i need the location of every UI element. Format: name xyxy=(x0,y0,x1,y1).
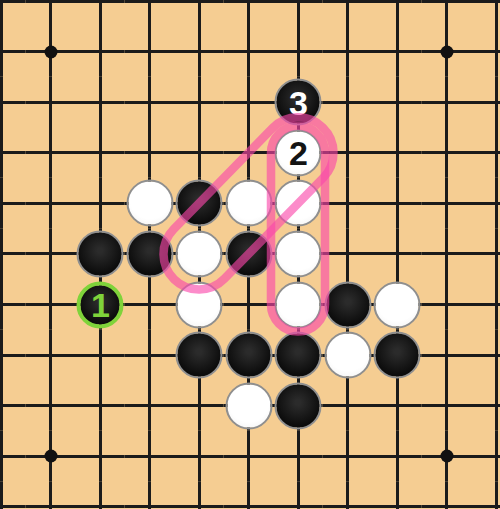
intersection[interactable] xyxy=(471,380,500,431)
intersection[interactable] xyxy=(323,0,373,26)
intersection[interactable] xyxy=(372,26,422,77)
intersection[interactable] xyxy=(422,127,472,178)
intersection[interactable] xyxy=(75,330,125,381)
intersection[interactable] xyxy=(174,127,224,178)
intersection[interactable] xyxy=(125,380,175,431)
intersection[interactable] xyxy=(26,127,76,178)
intersection[interactable] xyxy=(224,482,274,509)
white-stone[interactable] xyxy=(225,382,272,429)
black-stone[interactable] xyxy=(176,332,223,379)
intersection[interactable] xyxy=(273,279,323,330)
black-stone[interactable]: 1 xyxy=(77,281,124,328)
intersection[interactable] xyxy=(0,77,26,128)
intersection[interactable] xyxy=(224,380,274,431)
intersection[interactable] xyxy=(323,482,373,509)
black-stone[interactable]: 3 xyxy=(275,79,322,126)
intersection[interactable] xyxy=(125,330,175,381)
intersection[interactable] xyxy=(273,229,323,280)
intersection[interactable] xyxy=(0,127,26,178)
intersection[interactable] xyxy=(372,482,422,509)
intersection[interactable] xyxy=(26,178,76,229)
intersection[interactable] xyxy=(174,431,224,482)
white-stone[interactable] xyxy=(275,281,322,328)
intersection[interactable] xyxy=(372,380,422,431)
intersection[interactable] xyxy=(75,178,125,229)
black-stone[interactable] xyxy=(374,332,421,379)
black-stone[interactable] xyxy=(275,332,322,379)
intersection[interactable] xyxy=(174,178,224,229)
intersection[interactable] xyxy=(273,431,323,482)
intersection[interactable] xyxy=(471,26,500,77)
intersection[interactable] xyxy=(372,330,422,381)
white-stone[interactable] xyxy=(275,180,322,227)
intersection[interactable] xyxy=(323,229,373,280)
intersection[interactable] xyxy=(471,0,500,26)
intersection[interactable] xyxy=(174,330,224,381)
black-stone[interactable] xyxy=(126,230,173,277)
intersection[interactable] xyxy=(422,431,472,482)
intersection[interactable] xyxy=(125,431,175,482)
intersection[interactable] xyxy=(26,279,76,330)
intersection[interactable] xyxy=(471,178,500,229)
intersection[interactable] xyxy=(372,0,422,26)
intersection[interactable]: 3 xyxy=(273,77,323,128)
intersection[interactable] xyxy=(273,482,323,509)
intersection[interactable] xyxy=(471,330,500,381)
intersection[interactable] xyxy=(422,77,472,128)
intersection[interactable] xyxy=(125,178,175,229)
intersection[interactable] xyxy=(125,127,175,178)
intersection[interactable] xyxy=(323,127,373,178)
intersection[interactable] xyxy=(174,77,224,128)
intersection[interactable] xyxy=(125,0,175,26)
intersection[interactable]: 1 xyxy=(75,279,125,330)
intersection[interactable] xyxy=(224,26,274,77)
intersection[interactable] xyxy=(174,380,224,431)
intersection[interactable] xyxy=(273,380,323,431)
move-number-label: 3 xyxy=(289,85,307,119)
intersection[interactable] xyxy=(224,431,274,482)
white-stone[interactable] xyxy=(176,281,223,328)
intersection[interactable] xyxy=(372,279,422,330)
move-number-label: 2 xyxy=(289,136,307,170)
intersection[interactable] xyxy=(75,482,125,509)
intersection[interactable] xyxy=(422,26,472,77)
intersection[interactable] xyxy=(75,229,125,280)
intersection[interactable] xyxy=(75,431,125,482)
intersection[interactable] xyxy=(323,380,373,431)
intersection[interactable] xyxy=(422,330,472,381)
white-stone[interactable] xyxy=(225,180,272,227)
star-point xyxy=(44,450,57,463)
intersection[interactable] xyxy=(26,77,76,128)
black-stone[interactable] xyxy=(77,230,124,277)
intersection[interactable] xyxy=(174,0,224,26)
intersection[interactable] xyxy=(26,330,76,381)
intersection[interactable] xyxy=(323,77,373,128)
intersection[interactable] xyxy=(125,77,175,128)
intersection[interactable] xyxy=(224,178,274,229)
intersection[interactable] xyxy=(471,77,500,128)
intersection[interactable] xyxy=(422,229,472,280)
star-point xyxy=(44,45,57,58)
white-stone[interactable] xyxy=(324,332,371,379)
intersection[interactable] xyxy=(174,482,224,509)
intersection[interactable] xyxy=(323,178,373,229)
go-board: 321 xyxy=(0,0,500,509)
intersection[interactable] xyxy=(174,229,224,280)
white-stone[interactable] xyxy=(126,180,173,227)
intersection[interactable] xyxy=(125,229,175,280)
intersection[interactable] xyxy=(125,279,175,330)
black-stone[interactable] xyxy=(176,180,223,227)
intersection[interactable] xyxy=(273,0,323,26)
move-number-label: 1 xyxy=(91,288,109,322)
intersection[interactable] xyxy=(372,178,422,229)
intersection[interactable] xyxy=(372,77,422,128)
intersection[interactable] xyxy=(0,431,26,482)
intersection[interactable]: 2 xyxy=(273,127,323,178)
intersection[interactable] xyxy=(0,330,26,381)
intersection[interactable] xyxy=(125,26,175,77)
black-stone[interactable] xyxy=(225,230,272,277)
intersection[interactable] xyxy=(0,0,26,26)
intersection[interactable] xyxy=(323,330,373,381)
intersection[interactable] xyxy=(224,229,274,280)
intersection[interactable] xyxy=(422,482,472,509)
intersection[interactable] xyxy=(0,380,26,431)
intersection[interactable] xyxy=(273,178,323,229)
star-point xyxy=(440,450,453,463)
intersection[interactable] xyxy=(75,0,125,26)
white-stone[interactable] xyxy=(275,230,322,277)
intersection[interactable] xyxy=(75,77,125,128)
board-grid: 321 xyxy=(0,0,500,509)
intersection[interactable] xyxy=(224,77,274,128)
intersection[interactable] xyxy=(471,279,500,330)
intersection[interactable] xyxy=(323,279,373,330)
intersection[interactable] xyxy=(0,26,26,77)
intersection[interactable] xyxy=(224,330,274,381)
black-stone[interactable] xyxy=(324,281,371,328)
intersection[interactable] xyxy=(75,26,125,77)
intersection[interactable] xyxy=(0,482,26,509)
intersection[interactable] xyxy=(471,229,500,280)
intersection[interactable] xyxy=(26,431,76,482)
star-point xyxy=(440,45,453,58)
intersection[interactable] xyxy=(372,127,422,178)
intersection[interactable] xyxy=(174,279,224,330)
intersection[interactable] xyxy=(26,380,76,431)
intersection[interactable] xyxy=(26,26,76,77)
intersection[interactable] xyxy=(224,127,274,178)
intersection[interactable] xyxy=(0,178,26,229)
intersection[interactable] xyxy=(422,279,472,330)
intersection[interactable] xyxy=(75,380,125,431)
intersection[interactable] xyxy=(0,279,26,330)
intersection[interactable] xyxy=(422,0,472,26)
intersection[interactable] xyxy=(471,482,500,509)
intersection[interactable] xyxy=(471,431,500,482)
intersection[interactable] xyxy=(323,431,373,482)
black-stone[interactable] xyxy=(225,332,272,379)
intersection[interactable] xyxy=(224,0,274,26)
intersection[interactable] xyxy=(422,178,472,229)
black-stone[interactable] xyxy=(275,382,322,429)
intersection[interactable] xyxy=(26,0,76,26)
white-stone[interactable] xyxy=(374,281,421,328)
intersection[interactable] xyxy=(422,380,472,431)
intersection[interactable] xyxy=(372,229,422,280)
intersection[interactable] xyxy=(273,26,323,77)
white-stone[interactable] xyxy=(176,230,223,277)
intersection[interactable] xyxy=(323,26,373,77)
intersection[interactable] xyxy=(174,26,224,77)
intersection[interactable] xyxy=(0,229,26,280)
intersection[interactable] xyxy=(372,431,422,482)
intersection[interactable] xyxy=(125,482,175,509)
intersection[interactable] xyxy=(273,330,323,381)
intersection[interactable] xyxy=(224,279,274,330)
intersection[interactable] xyxy=(471,127,500,178)
white-stone[interactable]: 2 xyxy=(275,129,322,176)
intersection[interactable] xyxy=(26,229,76,280)
intersection[interactable] xyxy=(26,482,76,509)
intersection[interactable] xyxy=(75,127,125,178)
